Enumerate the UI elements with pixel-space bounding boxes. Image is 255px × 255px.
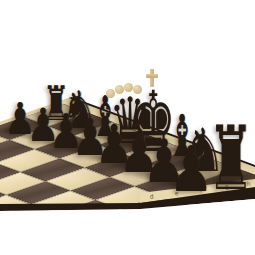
chess-set-product-photo: defgh ♜♞♟♝♟♛♟♚♟♝♟♞♟♟♜♟ xyxy=(0,0,255,255)
king-cross-icon xyxy=(150,69,154,87)
pieces-layer: ♜♞♟♝♟♛♟♚♟♝♟♞♟♟♜♟ xyxy=(0,0,255,255)
queen-finial-ball-2 xyxy=(115,85,124,94)
black-rook-h8: ♜ xyxy=(207,115,254,203)
queen-finial-ball-4 xyxy=(133,85,142,94)
queen-finial-ball-3 xyxy=(124,83,133,92)
black-pawn-h7: ♟ xyxy=(168,138,213,201)
king-cross-arm xyxy=(146,74,158,78)
queen-finial-ball-1 xyxy=(106,89,115,98)
